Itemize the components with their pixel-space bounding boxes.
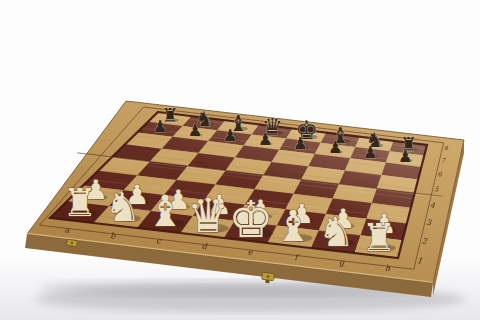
photo-stage: abcdefgh12345678♜♞♝♛♚♝♞♜♟♟♟♟♟♟♟♟♟♟♟♟♟♟♟♟… <box>0 0 480 320</box>
piece-white-king-e1[interactable]: ♚ <box>228 190 273 249</box>
piece-black-pawn-h7[interactable]: ♟ <box>398 147 413 166</box>
piece-white-rook-a1[interactable]: ♜ <box>63 180 98 225</box>
piece-white-knight-b1[interactable]: ♞ <box>104 183 141 231</box>
piece-black-pawn-d7[interactable]: ♟ <box>258 130 273 149</box>
piece-black-pawn-c7[interactable]: ♟ <box>223 126 238 145</box>
chessboard-scene: abcdefgh12345678♜♞♝♛♚♝♞♜♟♟♟♟♟♟♟♟♟♟♟♟♟♟♟♟… <box>0 0 480 320</box>
latch-hook <box>265 280 269 283</box>
piece-black-pawn-e7[interactable]: ♟ <box>293 134 308 153</box>
brass-ornament-front-left <box>67 239 78 246</box>
piece-black-pawn-a7[interactable]: ♟ <box>153 117 168 136</box>
piece-white-rook-h1[interactable]: ♜ <box>362 215 397 260</box>
piece-black-pawn-f7[interactable]: ♟ <box>328 138 343 157</box>
piece-white-bishop-c1[interactable]: ♝ <box>146 186 184 236</box>
piece-black-pawn-b7[interactable]: ♟ <box>188 121 203 140</box>
piece-black-pawn-g7[interactable]: ♟ <box>363 143 378 162</box>
piece-white-queen-d1[interactable]: ♛ <box>187 188 229 243</box>
piece-white-bishop-f1[interactable]: ♝ <box>274 201 312 251</box>
piece-white-knight-g1[interactable]: ♞ <box>318 208 355 256</box>
